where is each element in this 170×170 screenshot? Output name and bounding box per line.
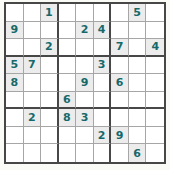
cell-r2c9[interactable] [146,22,164,40]
cell-r4c9[interactable] [146,57,164,75]
cell-r8c4[interactable] [59,127,77,145]
cell-r4c4[interactable] [59,57,77,75]
cell-r8c2[interactable] [24,127,42,145]
cell-r6c6[interactable] [94,92,112,110]
cell-r5c5[interactable]: 9 [76,74,94,92]
cell-r3c7[interactable]: 7 [111,39,129,57]
cell-r9c4[interactable] [59,144,77,162]
cell-r9c8[interactable]: 6 [129,144,147,162]
cell-r8c8[interactable] [129,127,147,145]
cell-r1c1[interactable] [6,4,24,22]
cell-r2c3[interactable] [41,22,59,40]
cell-r3c5[interactable] [76,39,94,57]
cell-r4c7[interactable] [111,57,129,75]
cell-r5c2[interactable] [24,74,42,92]
cell-r7c9[interactable] [146,109,164,127]
sudoku-page: 159242745738966283296 [0,0,170,170]
cell-r4c6[interactable]: 3 [94,57,112,75]
cell-r1c2[interactable] [24,4,42,22]
cell-r6c8[interactable] [129,92,147,110]
cell-r5c1[interactable]: 8 [6,74,24,92]
cell-r6c9[interactable] [146,92,164,110]
cell-r3c6[interactable] [94,39,112,57]
cell-r1c9[interactable] [146,4,164,22]
cell-r5c6[interactable] [94,74,112,92]
cell-r5c7[interactable]: 6 [111,74,129,92]
cell-r6c5[interactable] [76,92,94,110]
cell-r7c1[interactable] [6,109,24,127]
cell-r4c5[interactable] [76,57,94,75]
cell-r3c1[interactable] [6,39,24,57]
cell-r7c5[interactable]: 3 [76,109,94,127]
cell-r1c6[interactable] [94,4,112,22]
cell-r4c8[interactable] [129,57,147,75]
cell-r4c3[interactable] [41,57,59,75]
cell-r1c4[interactable] [59,4,77,22]
cell-r9c5[interactable] [76,144,94,162]
cell-r2c4[interactable] [59,22,77,40]
cell-r9c6[interactable] [94,144,112,162]
cell-r5c4[interactable] [59,74,77,92]
cell-r6c2[interactable] [24,92,42,110]
cell-r3c2[interactable] [24,39,42,57]
cell-r2c5[interactable]: 2 [76,22,94,40]
cell-r1c8[interactable]: 5 [129,4,147,22]
cell-r2c6[interactable]: 4 [94,22,112,40]
cell-r3c8[interactable] [129,39,147,57]
cell-r7c3[interactable] [41,109,59,127]
cell-r8c5[interactable] [76,127,94,145]
cell-r8c6[interactable]: 2 [94,127,112,145]
cell-r9c3[interactable] [41,144,59,162]
cell-r8c7[interactable]: 9 [111,127,129,145]
cell-r1c7[interactable] [111,4,129,22]
cell-r6c4[interactable]: 6 [59,92,77,110]
cell-r1c3[interactable]: 1 [41,4,59,22]
cell-r5c9[interactable] [146,74,164,92]
cell-r7c7[interactable] [111,109,129,127]
cell-r3c4[interactable] [59,39,77,57]
cell-r3c9[interactable]: 4 [146,39,164,57]
cell-r7c8[interactable] [129,109,147,127]
cell-r5c8[interactable] [129,74,147,92]
cell-r2c8[interactable] [129,22,147,40]
cell-r4c1[interactable]: 5 [6,57,24,75]
cell-r7c4[interactable]: 8 [59,109,77,127]
cell-r8c1[interactable] [6,127,24,145]
cell-r9c9[interactable] [146,144,164,162]
cell-r3c3[interactable]: 2 [41,39,59,57]
cell-r2c1[interactable]: 9 [6,22,24,40]
cell-r5c3[interactable] [41,74,59,92]
cell-r6c3[interactable] [41,92,59,110]
cell-r6c1[interactable] [6,92,24,110]
cell-r1c5[interactable] [76,4,94,22]
cell-r6c7[interactable] [111,92,129,110]
cell-r7c2[interactable]: 2 [24,109,42,127]
cell-r9c2[interactable] [24,144,42,162]
cell-r9c1[interactable] [6,144,24,162]
cell-r4c2[interactable]: 7 [24,57,42,75]
cell-r7c6[interactable] [94,109,112,127]
cell-r2c2[interactable] [24,22,42,40]
cell-r2c7[interactable] [111,22,129,40]
cell-r8c9[interactable] [146,127,164,145]
cell-r9c7[interactable] [111,144,129,162]
cell-r8c3[interactable] [41,127,59,145]
sudoku-board: 159242745738966283296 [4,2,166,164]
